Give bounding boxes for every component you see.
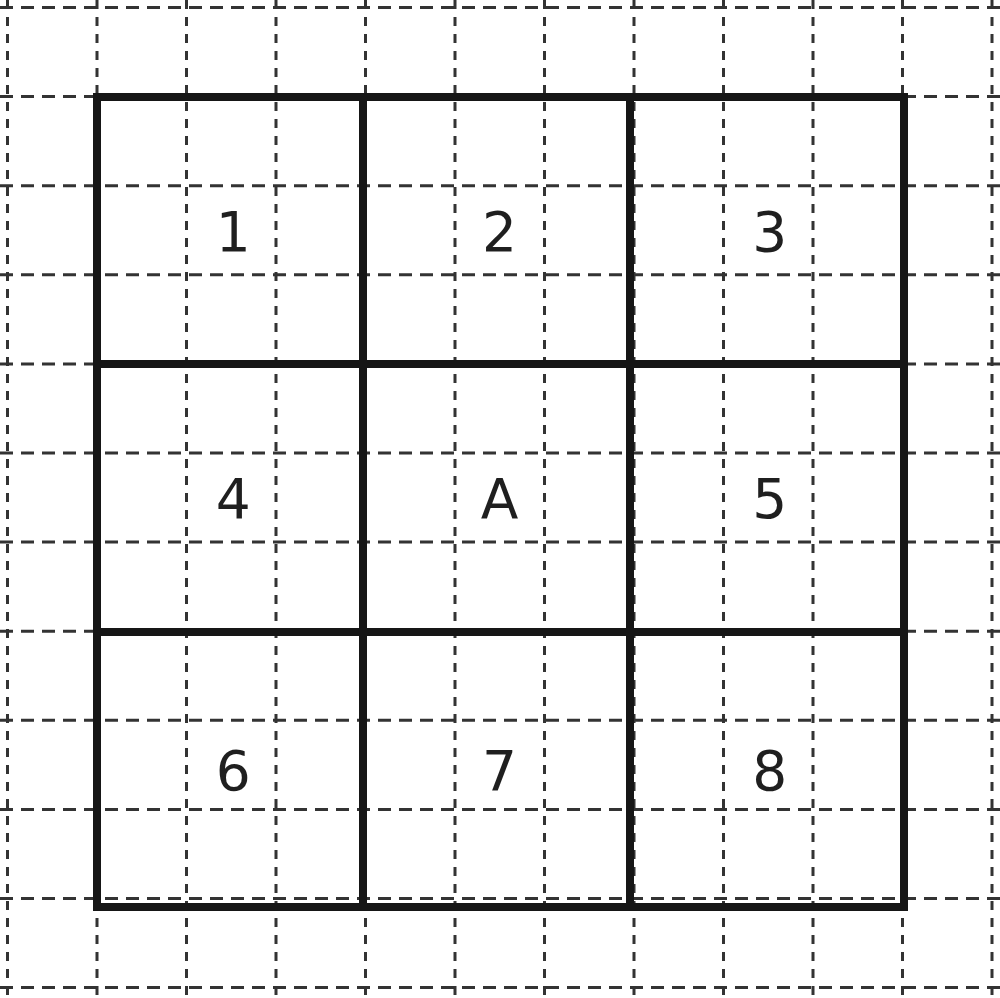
cell-label-4: 4	[216, 472, 251, 527]
cell-label-5: 5	[752, 472, 787, 527]
cell-label-6: 6	[216, 744, 251, 799]
cell-label-7: 7	[482, 744, 517, 799]
cell-r2c1: 4	[101, 368, 367, 635]
cell-label-A: A	[481, 472, 519, 527]
cell-r3c3: 8	[634, 636, 900, 903]
cell-r1c1: 1	[101, 101, 367, 368]
cell-label-1: 1	[216, 205, 251, 260]
cell-label-3: 3	[752, 205, 787, 260]
cell-r2c2-center: A	[367, 368, 633, 635]
neighborhood-board: 1 2 3 4 A 5 6 7 8	[93, 93, 908, 911]
cell-label-8: 8	[752, 744, 787, 799]
cell-r1c2: 2	[367, 101, 633, 368]
cell-r3c1: 6	[101, 636, 367, 903]
cell-r2c3: 5	[634, 368, 900, 635]
cell-r1c3: 3	[634, 101, 900, 368]
cell-r3c2: 7	[367, 636, 633, 903]
cell-label-2: 2	[482, 205, 517, 260]
diagram-canvas: 1 2 3 4 A 5 6 7 8	[0, 0, 1000, 998]
